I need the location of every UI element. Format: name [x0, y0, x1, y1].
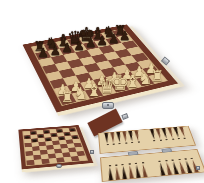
point-tip-dot-icon — [178, 159, 180, 160]
checkers-square — [78, 155, 87, 160]
chess-board — [23, 24, 179, 112]
point-triangle-icon — [140, 164, 148, 177]
backgammon-point — [140, 161, 148, 177]
chess-board-photo: ♜♞♝♛♚♝♞♜♟♟♟♟♟♟♟♟♟♟♟♟♟♟♟♟♜♞♝♛♚♝♞♜ — [10, 0, 196, 122]
metal-clasp-icon — [161, 56, 170, 65]
backgammon-board — [98, 126, 204, 183]
point-tip-dot-icon — [172, 159, 174, 160]
point-tip-dot-icon — [131, 142, 133, 143]
checkers-board-photo — [6, 110, 102, 182]
point-tip-dot-icon — [135, 163, 137, 164]
point-tip-dot-icon — [113, 143, 115, 144]
point-tip-dot-icon — [115, 164, 117, 166]
point-triangle-icon — [134, 130, 141, 141]
point-tip-dot-icon — [178, 138, 180, 139]
point-tip-dot-icon — [137, 141, 139, 142]
point-tip-dot-icon — [153, 140, 155, 141]
metal-latch-icon — [102, 102, 114, 109]
point-tip-dot-icon — [106, 144, 108, 145]
point-triangle-icon — [114, 166, 121, 180]
point-tip-dot-icon — [165, 160, 167, 161]
latch-pin-icon — [107, 104, 109, 106]
backgammon-point — [134, 130, 141, 143]
point-tip-dot-icon — [166, 139, 168, 140]
point-tip-dot-icon — [108, 165, 110, 167]
metal-hinge-icon — [121, 113, 128, 120]
checkers-grid — [22, 127, 88, 166]
chess-grid — [31, 28, 168, 106]
point-tip-dot-icon — [160, 140, 162, 141]
metal-latch-icon — [56, 164, 62, 168]
point-tip-dot-icon — [125, 142, 127, 143]
point-triangle-icon — [110, 132, 116, 143]
point-tip-dot-icon — [191, 158, 193, 159]
point-tip-dot-icon — [119, 143, 121, 144]
point-triangle-icon — [107, 167, 114, 181]
point-tip-dot-icon — [184, 158, 186, 159]
backgammon-board-photo — [92, 114, 204, 183]
bar-gap — [140, 129, 148, 130]
backgammon-point — [107, 164, 114, 180]
point-tip-dot-icon — [122, 164, 124, 165]
metal-clasp-icon — [196, 166, 200, 170]
product-photo-canvas: ♜♞♝♛♚♝♞♜♟♟♟♟♟♟♟♟♟♟♟♟♟♟♟♟♜♞♝♛♚♝♞♜ — [0, 0, 204, 183]
checkers-board — [18, 125, 93, 169]
backgammon-leaf-bottom — [100, 149, 204, 182]
backgammon-point — [104, 133, 110, 146]
point-tip-dot-icon — [184, 138, 186, 139]
point-tip-dot-icon — [159, 161, 161, 162]
point-tip-dot-icon — [172, 139, 174, 140]
point-tip-dot-icon — [128, 163, 130, 164]
point-triangle-icon — [104, 133, 110, 144]
point-tip-dot-icon — [141, 162, 143, 163]
bar-gap — [150, 175, 160, 177]
